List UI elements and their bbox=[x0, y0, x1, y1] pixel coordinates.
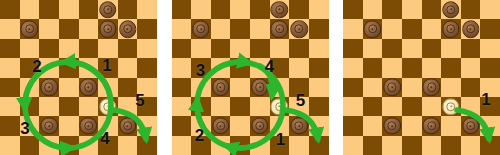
square-g6 bbox=[289, 39, 309, 58]
square-h6 bbox=[309, 39, 329, 58]
square-f4 bbox=[98, 78, 118, 97]
board-1: 12345 bbox=[0, 0, 157, 155]
square-f1 bbox=[441, 136, 461, 155]
square-c7 bbox=[211, 19, 231, 38]
square-d8 bbox=[59, 0, 79, 19]
capture-step-label-1: 1 bbox=[276, 131, 285, 148]
square-e5 bbox=[79, 58, 99, 77]
square-a7 bbox=[0, 19, 20, 38]
square-a4 bbox=[343, 78, 363, 97]
square-d8 bbox=[230, 0, 250, 19]
square-a1 bbox=[0, 136, 20, 155]
dark-checker-c4 bbox=[212, 78, 230, 96]
square-d6 bbox=[230, 39, 250, 58]
square-d1 bbox=[402, 136, 422, 155]
square-d3 bbox=[402, 97, 422, 116]
square-f5 bbox=[441, 58, 461, 77]
square-c8 bbox=[382, 0, 402, 19]
white-checker-f3 bbox=[442, 98, 460, 116]
square-c3 bbox=[39, 97, 59, 116]
square-d5 bbox=[59, 58, 79, 77]
board-2: 12345 bbox=[172, 0, 329, 155]
square-b3 bbox=[20, 97, 40, 116]
square-h1 bbox=[309, 136, 329, 155]
dark-checker-b7 bbox=[364, 20, 382, 38]
square-h1 bbox=[137, 136, 157, 155]
square-e7 bbox=[422, 19, 442, 38]
square-h5 bbox=[309, 58, 329, 77]
square-e5 bbox=[422, 58, 442, 77]
capture-step-label-1: 1 bbox=[481, 91, 490, 108]
square-b4 bbox=[20, 78, 40, 97]
white-checker-f3 bbox=[271, 98, 289, 116]
square-d1 bbox=[230, 136, 250, 155]
square-h1 bbox=[480, 136, 500, 155]
dark-checker-g7 bbox=[462, 20, 480, 38]
square-b6 bbox=[20, 39, 40, 58]
dark-checker-f7 bbox=[442, 20, 460, 38]
dark-checker-c2 bbox=[212, 117, 230, 135]
square-g1 bbox=[461, 136, 481, 155]
square-c8 bbox=[211, 0, 231, 19]
square-a2 bbox=[343, 116, 363, 135]
square-a4 bbox=[0, 78, 20, 97]
square-a7 bbox=[343, 19, 363, 38]
square-g1 bbox=[289, 136, 309, 155]
square-a5 bbox=[172, 58, 192, 77]
square-d6 bbox=[59, 39, 79, 58]
square-h7 bbox=[480, 19, 500, 38]
square-h8 bbox=[480, 0, 500, 19]
square-c7 bbox=[39, 19, 59, 38]
dark-checker-f7 bbox=[99, 20, 117, 38]
square-a2 bbox=[0, 116, 20, 135]
square-h3 bbox=[309, 97, 329, 116]
square-g6 bbox=[118, 39, 138, 58]
dark-checker-e2 bbox=[423, 117, 441, 135]
square-b8 bbox=[191, 0, 211, 19]
square-a2 bbox=[172, 116, 192, 135]
square-d2 bbox=[230, 116, 250, 135]
square-d7 bbox=[402, 19, 422, 38]
square-d7 bbox=[230, 19, 250, 38]
square-a6 bbox=[172, 39, 192, 58]
square-b1 bbox=[363, 136, 383, 155]
square-d2 bbox=[402, 116, 422, 135]
capture-step-label-1: 1 bbox=[102, 56, 111, 73]
square-c3 bbox=[382, 97, 402, 116]
dark-checker-e4 bbox=[423, 78, 441, 96]
capture-step-label-3: 3 bbox=[196, 62, 205, 79]
square-a8 bbox=[343, 0, 363, 19]
square-e3 bbox=[250, 97, 270, 116]
dark-checker-g2 bbox=[119, 117, 137, 135]
square-d5 bbox=[230, 58, 250, 77]
square-h5 bbox=[480, 58, 500, 77]
square-c6 bbox=[39, 39, 59, 58]
square-h2 bbox=[137, 116, 157, 135]
square-e1 bbox=[422, 136, 442, 155]
dark-checker-c4 bbox=[383, 78, 401, 96]
square-d8 bbox=[402, 0, 422, 19]
square-f4 bbox=[270, 78, 290, 97]
square-f6 bbox=[441, 39, 461, 58]
square-g5 bbox=[461, 58, 481, 77]
square-a4 bbox=[172, 78, 192, 97]
capture-step-label-3: 3 bbox=[20, 120, 29, 137]
square-a5 bbox=[0, 58, 20, 77]
square-a8 bbox=[172, 0, 192, 19]
dark-checker-e2 bbox=[80, 117, 98, 135]
square-a3 bbox=[172, 97, 192, 116]
square-c5 bbox=[211, 58, 231, 77]
dark-checker-c2 bbox=[383, 117, 401, 135]
square-a1 bbox=[343, 136, 363, 155]
capture-step-label-2: 2 bbox=[195, 127, 204, 144]
square-e1 bbox=[79, 136, 99, 155]
square-b8 bbox=[363, 0, 383, 19]
square-h8 bbox=[137, 0, 157, 19]
square-a5 bbox=[343, 58, 363, 77]
square-h2 bbox=[480, 116, 500, 135]
dark-checker-f8 bbox=[271, 1, 289, 19]
dark-checker-c4 bbox=[40, 78, 58, 96]
square-a6 bbox=[343, 39, 363, 58]
square-a7 bbox=[172, 19, 192, 38]
square-e8 bbox=[79, 0, 99, 19]
square-e6 bbox=[250, 39, 270, 58]
square-f6 bbox=[270, 39, 290, 58]
square-g4 bbox=[461, 78, 481, 97]
square-d3 bbox=[59, 97, 79, 116]
square-a3 bbox=[343, 97, 363, 116]
dark-checker-g7 bbox=[290, 20, 308, 38]
square-g8 bbox=[118, 0, 138, 19]
square-b3 bbox=[191, 97, 211, 116]
square-c1 bbox=[39, 136, 59, 155]
dark-checker-e4 bbox=[251, 78, 269, 96]
square-b5 bbox=[363, 58, 383, 77]
square-h6 bbox=[137, 39, 157, 58]
square-c5 bbox=[382, 58, 402, 77]
square-b4 bbox=[363, 78, 383, 97]
square-b6 bbox=[363, 39, 383, 58]
square-h4 bbox=[309, 78, 329, 97]
square-g6 bbox=[461, 39, 481, 58]
dark-checker-g2 bbox=[290, 117, 308, 135]
dark-checker-f8 bbox=[442, 1, 460, 19]
square-h8 bbox=[309, 0, 329, 19]
square-c8 bbox=[39, 0, 59, 19]
dark-checker-b7 bbox=[192, 20, 210, 38]
square-d1 bbox=[59, 136, 79, 155]
square-d4 bbox=[230, 78, 250, 97]
square-g5 bbox=[118, 58, 138, 77]
capture-step-label-2: 2 bbox=[32, 58, 41, 75]
board-3: 1 bbox=[343, 0, 500, 155]
dark-checker-b7 bbox=[21, 20, 39, 38]
dark-checker-e2 bbox=[251, 117, 269, 135]
dark-checker-e4 bbox=[80, 78, 98, 96]
square-a6 bbox=[0, 39, 20, 58]
square-f4 bbox=[441, 78, 461, 97]
square-d2 bbox=[59, 116, 79, 135]
square-e7 bbox=[250, 19, 270, 38]
square-a3 bbox=[0, 97, 20, 116]
dark-checker-g2 bbox=[462, 117, 480, 135]
dark-checker-g7 bbox=[119, 20, 137, 38]
checkers-tutorial-diagram: 12345 12345 1 bbox=[0, 0, 500, 155]
square-d6 bbox=[402, 39, 422, 58]
square-a8 bbox=[0, 0, 20, 19]
square-g5 bbox=[289, 58, 309, 77]
square-h5 bbox=[137, 58, 157, 77]
square-h2 bbox=[309, 116, 329, 135]
square-e8 bbox=[422, 0, 442, 19]
square-e6 bbox=[422, 39, 442, 58]
square-b4 bbox=[191, 78, 211, 97]
square-g8 bbox=[289, 0, 309, 19]
square-c7 bbox=[382, 19, 402, 38]
square-g3 bbox=[461, 97, 481, 116]
square-d7 bbox=[59, 19, 79, 38]
square-c6 bbox=[211, 39, 231, 58]
square-e1 bbox=[250, 136, 270, 155]
square-g1 bbox=[118, 136, 138, 155]
square-e7 bbox=[79, 19, 99, 38]
square-d4 bbox=[402, 78, 422, 97]
square-e8 bbox=[250, 0, 270, 19]
capture-step-label-5: 5 bbox=[135, 92, 144, 109]
white-checker-f3 bbox=[99, 98, 117, 116]
square-d3 bbox=[230, 97, 250, 116]
capture-step-label-5: 5 bbox=[296, 92, 305, 109]
square-b3 bbox=[363, 97, 383, 116]
square-c1 bbox=[211, 136, 231, 155]
square-h7 bbox=[309, 19, 329, 38]
square-b1 bbox=[20, 136, 40, 155]
capture-step-label-4: 4 bbox=[265, 58, 274, 75]
dark-checker-f7 bbox=[271, 20, 289, 38]
square-h7 bbox=[137, 19, 157, 38]
square-b6 bbox=[191, 39, 211, 58]
square-e3 bbox=[79, 97, 99, 116]
square-d4 bbox=[59, 78, 79, 97]
square-b2 bbox=[363, 116, 383, 135]
square-f2 bbox=[441, 116, 461, 135]
dark-checker-c2 bbox=[40, 117, 58, 135]
square-g8 bbox=[461, 0, 481, 19]
square-c1 bbox=[382, 136, 402, 155]
square-a1 bbox=[172, 136, 192, 155]
square-e6 bbox=[79, 39, 99, 58]
square-c5 bbox=[39, 58, 59, 77]
capture-step-label-4: 4 bbox=[100, 130, 109, 147]
square-e3 bbox=[422, 97, 442, 116]
square-d5 bbox=[402, 58, 422, 77]
square-h6 bbox=[480, 39, 500, 58]
square-c6 bbox=[382, 39, 402, 58]
square-b8 bbox=[20, 0, 40, 19]
square-c3 bbox=[211, 97, 231, 116]
dark-checker-f8 bbox=[99, 1, 117, 19]
